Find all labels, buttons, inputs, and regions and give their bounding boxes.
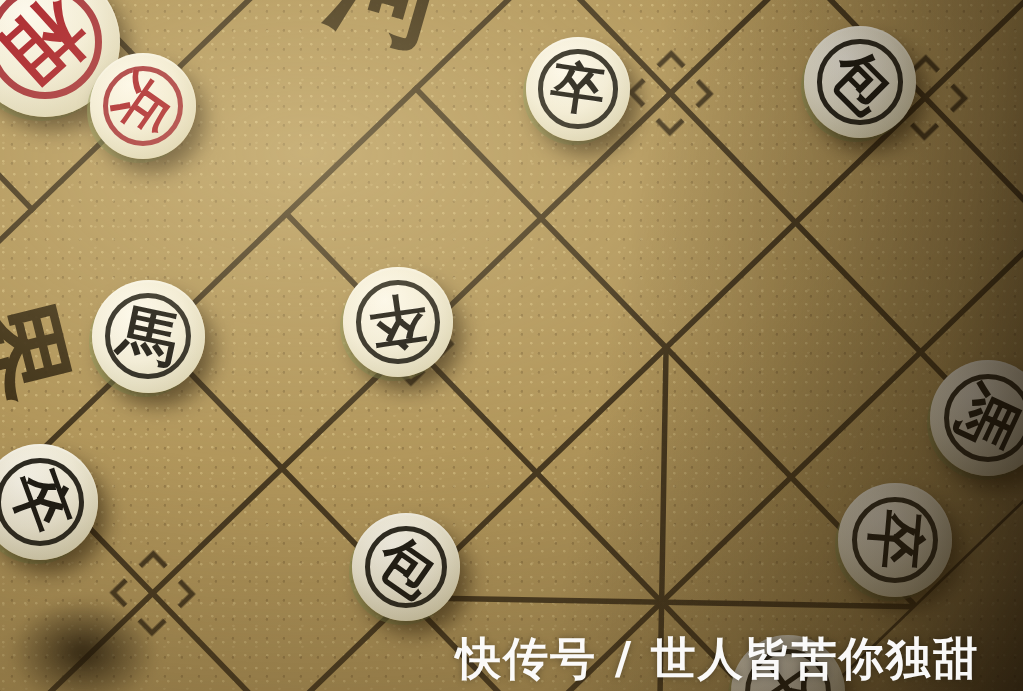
piece-character: 卒 xyxy=(833,478,957,602)
piece-black-soldier-right[interactable]: 卒 xyxy=(838,483,952,597)
piece-character: 卒 xyxy=(519,30,636,147)
photo-stage: 河 界 相兵卒包馬卒卒包馬卒卒 快传号 / 世人皆苦你独甜 xyxy=(0,0,1023,691)
piece-character: 卒 xyxy=(0,428,114,577)
piece-black-soldier-leftedge[interactable]: 卒 xyxy=(0,444,98,560)
piece-character: 馬 xyxy=(911,341,1023,495)
piece-black-horse-left[interactable]: 馬 xyxy=(92,280,205,393)
piece-black-soldier-center[interactable]: 卒 xyxy=(343,267,453,377)
piece-character: 馬 xyxy=(81,269,215,403)
piece-black-soldier-top[interactable]: 卒 xyxy=(526,37,630,141)
piece-black-cannon-bottom[interactable]: 包 xyxy=(352,513,460,621)
piece-character: 卒 xyxy=(336,260,460,384)
pieces-layer: 相兵卒包馬卒卒包馬卒卒 xyxy=(0,0,1023,691)
piece-character: 包 xyxy=(331,492,481,642)
piece-red-soldier[interactable]: 兵 xyxy=(90,53,196,159)
piece-character: 包 xyxy=(781,3,939,161)
watermark-text: 快传号 / 世人皆苦你独甜 xyxy=(456,629,980,689)
piece-black-horse-rightedge[interactable]: 馬 xyxy=(930,360,1023,476)
piece-black-cannon-topright[interactable]: 包 xyxy=(804,26,916,138)
